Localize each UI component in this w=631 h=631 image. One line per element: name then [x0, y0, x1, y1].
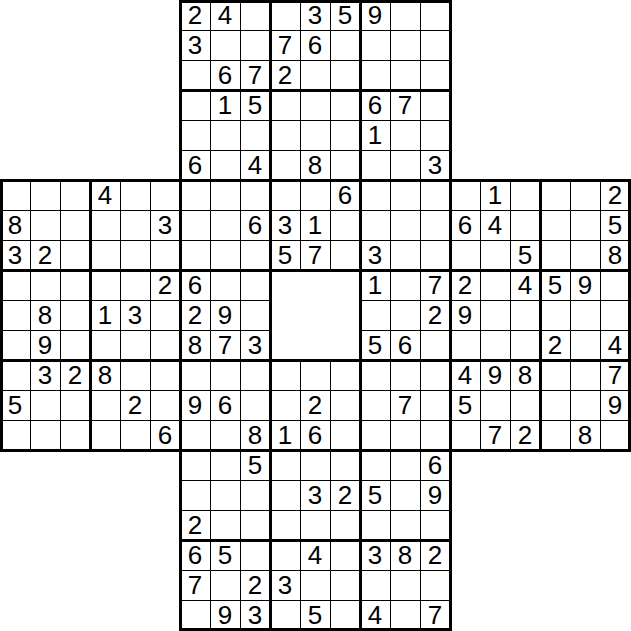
cell-r18c10[interactable]: 4 [300, 540, 330, 570]
cell-r13c15[interactable]: 5 [450, 390, 480, 420]
cell-r14c17[interactable]: 2 [510, 420, 540, 450]
cell-r13c19[interactable] [570, 390, 600, 420]
cell-r6c14[interactable] [420, 180, 450, 210]
cell-r7c20[interactable]: 5 [600, 210, 630, 240]
cell-r17c7[interactable] [210, 510, 240, 540]
cell-r7c16[interactable]: 4 [480, 210, 510, 240]
cell-r10c15[interactable]: 9 [450, 300, 480, 330]
cell-r20c11[interactable] [330, 600, 360, 630]
cell-r12c1[interactable]: 3 [30, 360, 60, 390]
cell-r8c17[interactable]: 5 [510, 240, 540, 270]
cell-r3c9[interactable] [270, 90, 300, 120]
cell-r12c2[interactable]: 2 [60, 360, 90, 390]
cell-r7c13[interactable] [390, 210, 420, 240]
cell-r1c10[interactable]: 6 [300, 30, 330, 60]
cell-r12c8[interactable] [240, 360, 270, 390]
cell-r13c12[interactable] [360, 390, 390, 420]
cell-r10c7[interactable]: 9 [210, 300, 240, 330]
cell-r0c8[interactable] [240, 0, 270, 30]
cell-r6c1[interactable] [30, 180, 60, 210]
cell-r11c7[interactable]: 7 [210, 330, 240, 360]
cell-r0c10[interactable]: 3 [300, 0, 330, 30]
cell-r14c13[interactable] [390, 420, 420, 450]
cell-r17c6[interactable]: 2 [180, 510, 210, 540]
cell-r19c6[interactable]: 7 [180, 570, 210, 600]
cell-r2c10[interactable] [300, 60, 330, 90]
cell-r8c15[interactable] [450, 240, 480, 270]
cell-r6c12[interactable] [360, 180, 390, 210]
cell-r7c5[interactable]: 3 [150, 210, 180, 240]
cell-r6c10[interactable] [300, 180, 330, 210]
cell-r9c6[interactable]: 6 [180, 270, 210, 300]
cell-r0c6[interactable]: 2 [180, 0, 210, 30]
cell-r6c15[interactable] [450, 180, 480, 210]
cell-r17c13[interactable] [390, 510, 420, 540]
cell-r11c6[interactable]: 8 [180, 330, 210, 360]
cell-r8c16[interactable] [480, 240, 510, 270]
cell-r6c9[interactable] [270, 180, 300, 210]
cell-r14c20[interactable] [600, 420, 630, 450]
cell-r15c6[interactable] [180, 450, 210, 480]
cell-r9c5[interactable]: 2 [150, 270, 180, 300]
cell-r11c3[interactable] [90, 330, 120, 360]
cell-r11c1[interactable]: 9 [30, 330, 60, 360]
cell-r9c7[interactable] [210, 270, 240, 300]
cell-r0c7[interactable]: 4 [210, 0, 240, 30]
cell-r9c1[interactable] [30, 270, 60, 300]
cell-r14c3[interactable] [90, 420, 120, 450]
cell-r10c0[interactable] [0, 300, 30, 330]
cell-r7c0[interactable]: 8 [0, 210, 30, 240]
cell-r15c7[interactable] [210, 450, 240, 480]
cell-r12c11[interactable] [330, 360, 360, 390]
cell-r13c4[interactable]: 2 [120, 390, 150, 420]
cell-r0c13[interactable] [390, 0, 420, 30]
cell-r12c12[interactable] [360, 360, 390, 390]
cell-r11c17[interactable] [510, 330, 540, 360]
cell-r1c6[interactable]: 3 [180, 30, 210, 60]
cell-r5c11[interactable] [330, 150, 360, 180]
cell-r16c6[interactable] [180, 480, 210, 510]
cell-r10c18[interactable] [540, 300, 570, 330]
cell-r10c14[interactable]: 2 [420, 300, 450, 330]
cell-r13c20[interactable]: 9 [600, 390, 630, 420]
cell-r14c12[interactable] [360, 420, 390, 450]
cell-r6c4[interactable] [120, 180, 150, 210]
cell-r15c14[interactable]: 6 [420, 450, 450, 480]
cell-r9c17[interactable]: 4 [510, 270, 540, 300]
cell-r9c0[interactable] [0, 270, 30, 300]
cell-r11c4[interactable] [120, 330, 150, 360]
cell-r18c13[interactable]: 8 [390, 540, 420, 570]
cell-r14c15[interactable] [450, 420, 480, 450]
cell-r16c13[interactable] [390, 480, 420, 510]
cell-r12c16[interactable]: 9 [480, 360, 510, 390]
cell-r8c0[interactable]: 3 [0, 240, 30, 270]
cell-r6c5[interactable] [150, 180, 180, 210]
cell-r11c13[interactable]: 6 [390, 330, 420, 360]
cell-r2c9[interactable]: 2 [270, 60, 300, 90]
cell-r12c6[interactable] [180, 360, 210, 390]
cell-r7c8[interactable]: 6 [240, 210, 270, 240]
cell-r7c2[interactable] [60, 210, 90, 240]
cell-r15c12[interactable] [360, 450, 390, 480]
cell-r12c5[interactable] [150, 360, 180, 390]
cell-r18c8[interactable] [240, 540, 270, 570]
cell-r13c3[interactable] [90, 390, 120, 420]
cell-r10c8[interactable] [240, 300, 270, 330]
cell-r12c3[interactable]: 8 [90, 360, 120, 390]
cell-r9c19[interactable]: 9 [570, 270, 600, 300]
cell-r12c17[interactable]: 8 [510, 360, 540, 390]
cell-r12c0[interactable] [0, 360, 30, 390]
cell-r4c10[interactable] [300, 120, 330, 150]
cell-r2c12[interactable] [360, 60, 390, 90]
cell-r13c10[interactable]: 2 [300, 390, 330, 420]
cell-r8c7[interactable] [210, 240, 240, 270]
cell-r14c5[interactable]: 6 [150, 420, 180, 450]
cell-r11c18[interactable]: 2 [540, 330, 570, 360]
cell-r11c15[interactable] [450, 330, 480, 360]
cell-r14c19[interactable]: 8 [570, 420, 600, 450]
cell-r9c4[interactable] [120, 270, 150, 300]
cell-r16c14[interactable]: 9 [420, 480, 450, 510]
cell-r3c11[interactable] [330, 90, 360, 120]
cell-r16c10[interactable]: 3 [300, 480, 330, 510]
cell-r11c5[interactable] [150, 330, 180, 360]
cell-r18c7[interactable]: 5 [210, 540, 240, 570]
cell-r17c8[interactable] [240, 510, 270, 540]
cell-r14c14[interactable] [420, 420, 450, 450]
cell-r20c8[interactable]: 3 [240, 600, 270, 630]
cell-r13c16[interactable] [480, 390, 510, 420]
cell-r19c14[interactable] [420, 570, 450, 600]
cell-r7c4[interactable] [120, 210, 150, 240]
cell-r19c12[interactable] [360, 570, 390, 600]
cell-r10c13[interactable] [390, 300, 420, 330]
cell-r7c12[interactable] [360, 210, 390, 240]
cell-r14c4[interactable] [120, 420, 150, 450]
cell-r18c9[interactable] [270, 540, 300, 570]
cell-r9c2[interactable] [60, 270, 90, 300]
cell-r13c0[interactable]: 5 [0, 390, 30, 420]
cell-r14c10[interactable]: 6 [300, 420, 330, 450]
cell-r2c8[interactable]: 7 [240, 60, 270, 90]
given-digit: 1 [368, 272, 382, 298]
cell-r13c7[interactable]: 6 [210, 390, 240, 420]
cell-r10c2[interactable] [60, 300, 90, 330]
cell-r8c9[interactable]: 5 [270, 240, 300, 270]
cell-r8c13[interactable] [390, 240, 420, 270]
cell-r16c9[interactable] [270, 480, 300, 510]
cell-r4c11[interactable] [330, 120, 360, 150]
cell-r16c11[interactable]: 2 [330, 480, 360, 510]
cell-r15c11[interactable] [330, 450, 360, 480]
cell-r5c8[interactable]: 4 [240, 150, 270, 180]
cell-r8c6[interactable] [180, 240, 210, 270]
cell-r13c6[interactable]: 9 [180, 390, 210, 420]
cell-r4c7[interactable] [210, 120, 240, 150]
cell-r5c10[interactable]: 8 [300, 150, 330, 180]
cell-r8c5[interactable] [150, 240, 180, 270]
cell-r4c6[interactable] [180, 120, 210, 150]
outside-area [450, 150, 480, 180]
cell-r5c6[interactable]: 6 [180, 150, 210, 180]
cell-r16c12[interactable]: 5 [360, 480, 390, 510]
cell-r20c6[interactable] [180, 600, 210, 630]
cell-r17c12[interactable] [360, 510, 390, 540]
cell-r18c11[interactable] [330, 540, 360, 570]
given-digit: 5 [368, 332, 382, 358]
cell-r3c10[interactable] [300, 90, 330, 120]
cell-r8c2[interactable] [60, 240, 90, 270]
cell-r17c11[interactable] [330, 510, 360, 540]
cell-r12c18[interactable] [540, 360, 570, 390]
cell-r8c20[interactable]: 8 [600, 240, 630, 270]
cell-r6c18[interactable] [540, 180, 570, 210]
cell-r8c10[interactable]: 7 [300, 240, 330, 270]
cell-r14c9[interactable]: 1 [270, 420, 300, 450]
cell-r13c11[interactable] [330, 390, 360, 420]
cell-r10c6[interactable]: 2 [180, 300, 210, 330]
cell-r19c9[interactable]: 3 [270, 570, 300, 600]
cell-r10c1[interactable]: 8 [30, 300, 60, 330]
cell-r7c17[interactable] [510, 210, 540, 240]
cell-r18c6[interactable]: 6 [180, 540, 210, 570]
cell-r20c13[interactable] [390, 600, 420, 630]
cell-r8c12[interactable]: 3 [360, 240, 390, 270]
cell-r10c4[interactable]: 3 [120, 300, 150, 330]
cell-r6c13[interactable] [390, 180, 420, 210]
cell-r9c14[interactable]: 7 [420, 270, 450, 300]
cell-r19c8[interactable]: 2 [240, 570, 270, 600]
cell-r6c16[interactable]: 1 [480, 180, 510, 210]
cell-r1c12[interactable] [360, 30, 390, 60]
cell-r12c15[interactable]: 4 [450, 360, 480, 390]
cell-r9c15[interactable]: 2 [450, 270, 480, 300]
cell-r8c1[interactable]: 2 [30, 240, 60, 270]
cell-r13c8[interactable] [240, 390, 270, 420]
cell-r14c6[interactable] [180, 420, 210, 450]
cell-r18c12[interactable]: 3 [360, 540, 390, 570]
cell-r12c10[interactable] [300, 360, 330, 390]
cell-r10c12[interactable] [360, 300, 390, 330]
cell-r3c12[interactable]: 6 [360, 90, 390, 120]
cell-r14c7[interactable] [210, 420, 240, 450]
cell-r13c5[interactable] [150, 390, 180, 420]
cell-r11c19[interactable] [570, 330, 600, 360]
cell-r1c9[interactable]: 7 [270, 30, 300, 60]
cell-r20c7[interactable]: 9 [210, 600, 240, 630]
cell-r5c14[interactable]: 3 [420, 150, 450, 180]
cell-r0c9[interactable] [270, 0, 300, 30]
cell-r4c12[interactable]: 1 [360, 120, 390, 150]
cell-r6c2[interactable] [60, 180, 90, 210]
cell-r11c0[interactable] [0, 330, 30, 360]
outside-area [540, 600, 570, 630]
cell-r14c8[interactable]: 8 [240, 420, 270, 450]
cell-r7c1[interactable] [30, 210, 60, 240]
cell-r2c7[interactable]: 6 [210, 60, 240, 90]
cell-r1c13[interactable] [390, 30, 420, 60]
cell-r7c10[interactable]: 1 [300, 210, 330, 240]
cell-r9c20[interactable] [600, 270, 630, 300]
cell-r2c14[interactable] [420, 60, 450, 90]
cell-r19c11[interactable] [330, 570, 360, 600]
cell-r9c12[interactable]: 1 [360, 270, 390, 300]
cell-r14c16[interactable]: 7 [480, 420, 510, 450]
cell-r19c7[interactable] [210, 570, 240, 600]
cell-r13c13[interactable]: 7 [390, 390, 420, 420]
cell-r10c16[interactable] [480, 300, 510, 330]
cell-r11c12[interactable]: 5 [360, 330, 390, 360]
cell-r19c13[interactable] [390, 570, 420, 600]
cell-r3c7[interactable]: 1 [210, 90, 240, 120]
cell-r9c18[interactable]: 5 [540, 270, 570, 300]
cell-r6c8[interactable] [240, 180, 270, 210]
cell-r12c13[interactable] [390, 360, 420, 390]
cell-r14c2[interactable] [60, 420, 90, 450]
cell-r8c4[interactable] [120, 240, 150, 270]
cell-r14c1[interactable] [30, 420, 60, 450]
cell-r18c14[interactable]: 2 [420, 540, 450, 570]
cell-r15c10[interactable] [300, 450, 330, 480]
cell-r10c17[interactable] [510, 300, 540, 330]
cell-r6c3[interactable]: 4 [90, 180, 120, 210]
cell-r11c16[interactable] [480, 330, 510, 360]
cell-r11c2[interactable] [60, 330, 90, 360]
cell-r12c19[interactable] [570, 360, 600, 390]
cell-r13c9[interactable] [270, 390, 300, 420]
given-digit: 7 [218, 332, 232, 358]
cell-r12c4[interactable] [120, 360, 150, 390]
cell-r10c19[interactable] [570, 300, 600, 330]
outside-area [120, 150, 150, 180]
cell-r11c8[interactable]: 3 [240, 330, 270, 360]
cell-r20c14[interactable]: 7 [420, 600, 450, 630]
cell-r6c0[interactable] [0, 180, 30, 210]
cell-r0c12[interactable]: 9 [360, 0, 390, 30]
cell-r3c6[interactable] [180, 90, 210, 120]
cell-r1c8[interactable] [240, 30, 270, 60]
cell-r10c3[interactable]: 1 [90, 300, 120, 330]
cell-r4c14[interactable] [420, 120, 450, 150]
cell-r2c11[interactable] [330, 60, 360, 90]
cell-r15c13[interactable] [390, 450, 420, 480]
cell-r6c7[interactable] [210, 180, 240, 210]
cell-r20c9[interactable] [270, 600, 300, 630]
cell-r15c8[interactable]: 5 [240, 450, 270, 480]
cell-r13c18[interactable] [540, 390, 570, 420]
cell-r4c8[interactable] [240, 120, 270, 150]
cell-r1c7[interactable] [210, 30, 240, 60]
cell-r6c17[interactable] [510, 180, 540, 210]
cell-r17c9[interactable] [270, 510, 300, 540]
outside-area [0, 510, 30, 540]
cell-r17c10[interactable] [300, 510, 330, 540]
cell-r1c11[interactable] [330, 30, 360, 60]
cell-r10c20[interactable] [600, 300, 630, 330]
cell-r20c10[interactable]: 5 [300, 600, 330, 630]
cell-r6c6[interactable] [180, 180, 210, 210]
cell-r12c9[interactable] [270, 360, 300, 390]
cell-r11c20[interactable]: 4 [600, 330, 630, 360]
cell-r7c15[interactable]: 6 [450, 210, 480, 240]
outside-area [90, 120, 120, 150]
cell-r4c13[interactable] [390, 120, 420, 150]
cell-r11c14[interactable] [420, 330, 450, 360]
given-digit: 3 [368, 242, 382, 268]
cell-r5c9[interactable] [270, 150, 300, 180]
cell-r6c19[interactable] [570, 180, 600, 210]
cell-r17c14[interactable] [420, 510, 450, 540]
outside-area [120, 600, 150, 630]
cell-r9c8[interactable] [240, 270, 270, 300]
cell-r7c3[interactable] [90, 210, 120, 240]
cell-r0c14[interactable] [420, 0, 450, 30]
cell-r1c14[interactable] [420, 30, 450, 60]
cell-r8c11[interactable] [330, 240, 360, 270]
cell-r13c2[interactable] [60, 390, 90, 420]
cell-r9c3[interactable] [90, 270, 120, 300]
cell-r3c13[interactable]: 7 [390, 90, 420, 120]
cell-r13c17[interactable] [510, 390, 540, 420]
cell-r0c11[interactable]: 5 [330, 0, 360, 30]
cell-r16c8[interactable] [240, 480, 270, 510]
cell-r15c9[interactable] [270, 450, 300, 480]
cell-r7c11[interactable] [330, 210, 360, 240]
cell-r16c7[interactable] [210, 480, 240, 510]
cell-r13c1[interactable] [30, 390, 60, 420]
cell-r6c11[interactable]: 6 [330, 180, 360, 210]
cell-r14c18[interactable] [540, 420, 570, 450]
cell-r9c16[interactable] [480, 270, 510, 300]
cell-r13c14[interactable] [420, 390, 450, 420]
cell-r5c7[interactable] [210, 150, 240, 180]
cell-r19c10[interactable] [300, 570, 330, 600]
cell-r20c12[interactable]: 4 [360, 600, 390, 630]
cell-r9c13[interactable] [390, 270, 420, 300]
cell-r7c9[interactable]: 3 [270, 210, 300, 240]
cell-r12c14[interactable] [420, 360, 450, 390]
cell-r8c18[interactable] [540, 240, 570, 270]
cell-r8c19[interactable] [570, 240, 600, 270]
cell-r7c14[interactable] [420, 210, 450, 240]
cell-r7c6[interactable] [180, 210, 210, 240]
cell-r2c13[interactable] [390, 60, 420, 90]
cell-r7c19[interactable] [570, 210, 600, 240]
cell-r5c13[interactable] [390, 150, 420, 180]
cell-r10c5[interactable] [150, 300, 180, 330]
cell-r12c7[interactable] [210, 360, 240, 390]
cell-r8c3[interactable] [90, 240, 120, 270]
cell-r3c8[interactable]: 5 [240, 90, 270, 120]
cell-r8c8[interactable] [240, 240, 270, 270]
cell-r7c18[interactable] [540, 210, 570, 240]
cell-r3c14[interactable] [420, 90, 450, 120]
cell-r4c9[interactable] [270, 120, 300, 150]
cell-r5c12[interactable] [360, 150, 390, 180]
outside-area [90, 480, 120, 510]
cell-r7c7[interactable] [210, 210, 240, 240]
cell-r2c6[interactable] [180, 60, 210, 90]
cell-r12c20[interactable]: 7 [600, 360, 630, 390]
cell-r14c0[interactable] [0, 420, 30, 450]
outside-area [510, 540, 540, 570]
cell-r6c20[interactable]: 2 [600, 180, 630, 210]
cell-r8c14[interactable] [420, 240, 450, 270]
cell-r14c11[interactable] [330, 420, 360, 450]
